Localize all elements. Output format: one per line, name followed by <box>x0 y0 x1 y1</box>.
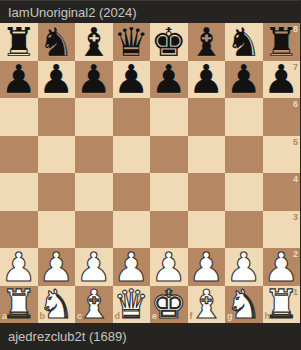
square-f4[interactable] <box>188 173 226 211</box>
square-a5[interactable] <box>0 136 38 174</box>
square-h6[interactable]: 6 <box>263 98 301 136</box>
square-g2[interactable]: ♟ <box>225 248 263 286</box>
square-e2[interactable]: ♟ <box>150 248 188 286</box>
piece-white-knight[interactable]: ♞ <box>38 284 74 324</box>
square-d3[interactable] <box>113 211 151 249</box>
top-player-name[interactable]: IamUnoriginal2 (2024) <box>8 5 137 20</box>
square-c1[interactable]: ♝c <box>75 286 113 324</box>
square-g8[interactable]: ♞ <box>225 23 263 61</box>
piece-black-pawn[interactable]: ♟ <box>263 59 299 99</box>
square-a3[interactable] <box>0 211 38 249</box>
rank-label-6: 6 <box>293 100 298 109</box>
square-h3[interactable]: 3 <box>263 211 301 249</box>
square-b2[interactable]: ♟ <box>38 248 76 286</box>
chess-game-window: IamUnoriginal2 (2024) ♜♞♝♛♚♝♞♜8♟♟♟♟♟♟♟♟7… <box>0 0 300 350</box>
square-c8[interactable]: ♝ <box>75 23 113 61</box>
square-e7[interactable]: ♟ <box>150 61 188 99</box>
piece-white-bishop[interactable]: ♝ <box>76 284 112 324</box>
square-h7[interactable]: ♟7 <box>263 61 301 99</box>
piece-black-pawn[interactable]: ♟ <box>38 59 74 99</box>
square-g6[interactable] <box>225 98 263 136</box>
square-d5[interactable] <box>113 136 151 174</box>
piece-white-bishop[interactable]: ♝ <box>188 284 224 324</box>
square-g7[interactable]: ♟ <box>225 61 263 99</box>
piece-black-pawn[interactable]: ♟ <box>151 59 187 99</box>
square-d1[interactable]: ♛d <box>113 286 151 324</box>
rank-label-3: 3 <box>293 213 298 222</box>
piece-white-rook[interactable]: ♜ <box>263 284 299 324</box>
square-f2[interactable]: ♟ <box>188 248 226 286</box>
square-f1[interactable]: ♝f <box>188 286 226 324</box>
square-h4[interactable]: 4 <box>263 173 301 211</box>
square-h5[interactable]: 5 <box>263 136 301 174</box>
bottom-player-bar: ajedrezclub2t (1689) <box>0 323 300 350</box>
square-d4[interactable] <box>113 173 151 211</box>
square-d2[interactable]: ♟ <box>113 248 151 286</box>
square-b4[interactable] <box>38 173 76 211</box>
square-a7[interactable]: ♟ <box>0 61 38 99</box>
piece-white-queen[interactable]: ♛ <box>113 284 149 324</box>
square-h1[interactable]: ♜1h <box>263 286 301 324</box>
square-b6[interactable] <box>38 98 76 136</box>
square-g5[interactable] <box>225 136 263 174</box>
square-b8[interactable]: ♞ <box>38 23 76 61</box>
piece-black-pawn[interactable]: ♟ <box>1 59 37 99</box>
square-c2[interactable]: ♟ <box>75 248 113 286</box>
rank-label-5: 5 <box>293 138 298 147</box>
square-f3[interactable] <box>188 211 226 249</box>
square-a4[interactable] <box>0 173 38 211</box>
square-e3[interactable] <box>150 211 188 249</box>
square-f7[interactable]: ♟ <box>188 61 226 99</box>
square-c4[interactable] <box>75 173 113 211</box>
square-f6[interactable] <box>188 98 226 136</box>
square-e5[interactable] <box>150 136 188 174</box>
square-c7[interactable]: ♟ <box>75 61 113 99</box>
square-d8[interactable]: ♛ <box>113 23 151 61</box>
square-c3[interactable] <box>75 211 113 249</box>
piece-black-pawn[interactable]: ♟ <box>188 59 224 99</box>
square-e1[interactable]: ♚e <box>150 286 188 324</box>
square-b1[interactable]: ♞b <box>38 286 76 324</box>
square-e4[interactable] <box>150 173 188 211</box>
square-a1[interactable]: ♜a <box>0 286 38 324</box>
piece-white-knight[interactable]: ♞ <box>226 284 262 324</box>
square-b5[interactable] <box>38 136 76 174</box>
square-e8[interactable]: ♚ <box>150 23 188 61</box>
square-g3[interactable] <box>225 211 263 249</box>
square-f8[interactable]: ♝ <box>188 23 226 61</box>
square-a6[interactable] <box>0 98 38 136</box>
square-d6[interactable] <box>113 98 151 136</box>
square-g4[interactable] <box>225 173 263 211</box>
square-f5[interactable] <box>188 136 226 174</box>
square-h2[interactable]: ♟2 <box>263 248 301 286</box>
chess-board: ♜♞♝♛♚♝♞♜8♟♟♟♟♟♟♟♟76543♟♟♟♟♟♟♟♟2♜a♞b♝c♛d♚… <box>0 23 300 323</box>
bottom-player-name[interactable]: ajedrezclub2t (1689) <box>8 329 127 344</box>
square-a8[interactable]: ♜ <box>0 23 38 61</box>
square-b7[interactable]: ♟ <box>38 61 76 99</box>
piece-black-pawn[interactable]: ♟ <box>76 59 112 99</box>
piece-white-rook[interactable]: ♜ <box>1 284 37 324</box>
square-c6[interactable] <box>75 98 113 136</box>
square-c5[interactable] <box>75 136 113 174</box>
piece-black-pawn[interactable]: ♟ <box>113 59 149 99</box>
square-h8[interactable]: ♜8 <box>263 23 301 61</box>
square-g1[interactable]: ♞g <box>225 286 263 324</box>
piece-white-king[interactable]: ♚ <box>151 284 187 324</box>
square-a2[interactable]: ♟ <box>0 248 38 286</box>
square-b3[interactable] <box>38 211 76 249</box>
rank-label-4: 4 <box>293 175 298 184</box>
piece-black-pawn[interactable]: ♟ <box>226 59 262 99</box>
square-e6[interactable] <box>150 98 188 136</box>
square-d7[interactable]: ♟ <box>113 61 151 99</box>
